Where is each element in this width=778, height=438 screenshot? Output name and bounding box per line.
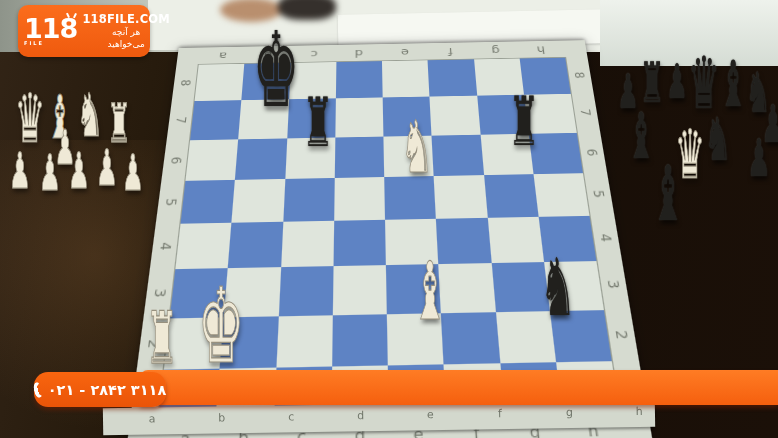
- square-a6: [185, 139, 238, 181]
- near-coord-f: f: [498, 407, 502, 420]
- logo-bug-antennae: [66, 13, 76, 18]
- video-frame: abcdefgh abcdefgh 87654321 87654321 ♚♜♜♞…: [0, 0, 778, 438]
- near-coord-e: e: [427, 408, 434, 421]
- square-h5: [533, 173, 589, 217]
- square-g8: [474, 59, 524, 96]
- square-b3: [224, 267, 281, 316]
- square-h7: [524, 94, 577, 133]
- square-a2: [164, 317, 224, 370]
- coord-top-d: d: [355, 47, 363, 59]
- square-a7: [190, 100, 241, 139]
- square-a5: [181, 180, 236, 224]
- square-h6: [528, 132, 583, 173]
- square-f7: [430, 96, 480, 135]
- square-d7: [335, 98, 383, 137]
- square-g2: [495, 311, 555, 363]
- coord-left-5: 5: [162, 198, 180, 206]
- square-b7: [238, 99, 288, 138]
- square-a3: [170, 268, 228, 318]
- square-d2: [332, 314, 388, 367]
- square-h2: [550, 310, 612, 362]
- square-b5: [232, 179, 285, 223]
- square-g6: [480, 133, 533, 175]
- square-e3: [386, 264, 441, 313]
- phone-badge: ۰۲۱ - ۲۸۴۲ ۳۱۱۸: [34, 372, 166, 407]
- square-f3: [439, 263, 496, 312]
- square-e6: [383, 135, 433, 177]
- tagline-line2: می‌خواهید: [82, 39, 170, 50]
- coord-right-2: 2: [611, 330, 631, 340]
- square-d3: [333, 265, 387, 314]
- coord-left-3: 3: [150, 289, 169, 298]
- coord-left-4: 4: [156, 242, 174, 251]
- square-h3: [544, 261, 604, 310]
- near-coord-g: g: [566, 406, 573, 419]
- coord-top-g: g: [491, 45, 501, 57]
- site-name: 118FILE.COM: [82, 12, 170, 26]
- square-c4: [281, 221, 334, 268]
- square-e8: [382, 60, 430, 97]
- square-f8: [428, 59, 477, 96]
- near-coord-c: c: [288, 410, 294, 423]
- near-coord-d: d: [357, 409, 364, 422]
- coord-left-6: 6: [167, 156, 184, 164]
- square-h4: [538, 216, 596, 262]
- square-c2: [276, 315, 333, 368]
- square-b2: [220, 316, 278, 369]
- logo-banner: 118 FILE 118FILE.COM هر آنچه می‌خواهید: [18, 5, 150, 57]
- square-e2: [387, 313, 444, 365]
- square-f5: [434, 175, 487, 219]
- square-e4: [385, 219, 439, 266]
- logo-text-block: 118FILE.COM هر آنچه می‌خواهید: [82, 12, 170, 50]
- coord-top-f: f: [447, 45, 452, 57]
- coord-right-8: 8: [571, 72, 587, 79]
- coord-right-6: 6: [583, 148, 600, 156]
- coord-left-7: 7: [172, 117, 189, 124]
- square-f2: [441, 312, 500, 364]
- square-h8: [519, 58, 570, 95]
- coord-right-4: 4: [596, 234, 615, 243]
- bottom-banner: [140, 370, 778, 405]
- coord-top-b: b: [263, 49, 272, 61]
- square-g7: [477, 95, 529, 134]
- square-d6: [335, 136, 385, 178]
- tagline: هر آنچه می‌خواهید: [82, 27, 170, 50]
- coord-top-e: e: [400, 46, 408, 58]
- square-c8: [289, 62, 337, 99]
- square-d4: [333, 220, 386, 267]
- square-d5: [334, 177, 385, 221]
- phone-number: ۰۲۱ - ۲۸۴۲ ۳۱۱۸: [48, 382, 167, 398]
- square-g3: [491, 262, 549, 311]
- square-g5: [484, 174, 539, 218]
- coord-left-2: 2: [144, 339, 163, 349]
- coord-top-h: h: [536, 44, 546, 56]
- coord-top-a: a: [218, 50, 227, 62]
- square-c7: [287, 99, 336, 138]
- coord-right-7: 7: [577, 109, 594, 116]
- near-coord-b: b: [218, 411, 225, 424]
- phone-icon: [32, 381, 43, 398]
- square-a4: [175, 223, 231, 270]
- near-coord-h: h: [636, 405, 643, 418]
- square-c6: [285, 137, 335, 179]
- logo-118-icon: 118 FILE: [24, 17, 77, 46]
- near-coord-a: a: [149, 413, 156, 426]
- square-f6: [432, 134, 484, 176]
- square-d8: [336, 61, 383, 98]
- coord-top-c: c: [310, 48, 318, 60]
- square-e7: [383, 97, 432, 136]
- square-a8: [195, 64, 245, 101]
- square-c5: [283, 178, 335, 222]
- square-f4: [436, 218, 491, 265]
- square-c3: [278, 266, 333, 315]
- square-e5: [384, 176, 436, 220]
- coord-right-3: 3: [604, 280, 623, 289]
- square-g4: [487, 217, 544, 263]
- square-b4: [228, 222, 283, 269]
- tagline-line1: هر آنچه: [82, 27, 170, 38]
- square-b8: [242, 63, 291, 100]
- coord-right-5: 5: [589, 190, 607, 198]
- coord-left-8: 8: [177, 79, 193, 86]
- square-b6: [235, 138, 287, 180]
